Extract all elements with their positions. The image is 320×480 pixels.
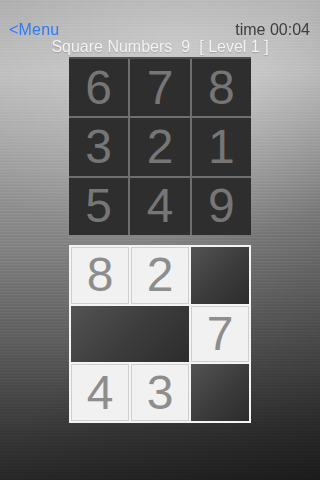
board-empty-cell[interactable]	[191, 247, 249, 304]
page-title: Square Numbers9[ Level 1 ]	[0, 38, 320, 56]
timer-text: time 00:04	[235, 21, 310, 38]
target-cell: 9	[192, 178, 251, 235]
title-level: [ Level 1 ]	[199, 38, 268, 55]
target-board: 6 7 8 3 2 1 5 4 9	[69, 57, 251, 235]
title-game-name: Square Numbers	[51, 38, 172, 55]
target-cell: 2	[130, 118, 189, 175]
title-board-size: 9	[181, 38, 190, 55]
target-cell: 7	[130, 59, 189, 116]
target-cell: 6	[69, 59, 128, 116]
target-cell: 8	[192, 59, 251, 116]
board-empty-cell[interactable]	[71, 306, 189, 363]
target-cell: 5	[69, 178, 128, 235]
board-tile[interactable]: 7	[191, 306, 249, 363]
menu-back-button[interactable]: <Menu	[9, 21, 59, 38]
target-cell: 3	[69, 118, 128, 175]
target-cell: 4	[130, 178, 189, 235]
target-cell: 1	[192, 118, 251, 175]
game-screen: <Menu time 00:04 Square Numbers9[ Level …	[0, 0, 320, 480]
play-board: 8 2 7 4 3	[69, 245, 251, 423]
board-tile[interactable]: 2	[131, 247, 189, 304]
board-tile[interactable]: 4	[71, 364, 129, 421]
board-empty-cell[interactable]	[191, 364, 249, 421]
board-tile[interactable]: 3	[131, 364, 189, 421]
board-tile[interactable]: 8	[71, 247, 129, 304]
